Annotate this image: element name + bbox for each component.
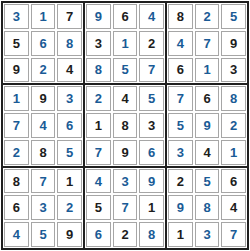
cell-r9c2[interactable]: 5 (31, 222, 56, 247)
cell-r2c7[interactable]: 4 (168, 31, 193, 56)
cell-r3c2[interactable]: 2 (31, 58, 56, 83)
cell-r5c9[interactable]: 2 (221, 113, 246, 138)
cell-r1c4[interactable]: 9 (86, 4, 111, 29)
cell-r9c8[interactable]: 3 (195, 222, 220, 247)
cell-r4c2[interactable]: 9 (31, 86, 56, 111)
cell-r6c8[interactable]: 4 (195, 140, 220, 165)
cell-r3c6[interactable]: 7 (139, 58, 164, 83)
cell-r5c8[interactable]: 9 (195, 113, 220, 138)
cell-r4c7[interactable]: 7 (168, 86, 193, 111)
cell-r7c2[interactable]: 7 (31, 169, 56, 194)
cell-r1c3[interactable]: 7 (57, 4, 82, 29)
cell-r3c3[interactable]: 4 (57, 58, 82, 83)
cell-r7c8[interactable]: 5 (195, 169, 220, 194)
cell-r8c9[interactable]: 4 (221, 195, 246, 220)
cell-r6c4[interactable]: 7 (86, 140, 111, 165)
cell-r9c7[interactable]: 1 (168, 222, 193, 247)
cell-r7c9[interactable]: 6 (221, 169, 246, 194)
cell-r5c4[interactable]: 1 (86, 113, 111, 138)
cell-r4c3[interactable]: 3 (57, 86, 82, 111)
cell-r8c2[interactable]: 3 (31, 195, 56, 220)
cell-r2c5[interactable]: 1 (113, 31, 138, 56)
cell-r9c5[interactable]: 2 (113, 222, 138, 247)
cell-r8c5[interactable]: 7 (113, 195, 138, 220)
cell-r3c8[interactable]: 1 (195, 58, 220, 83)
cell-r7c7[interactable]: 2 (168, 169, 193, 194)
cell-r5c7[interactable]: 5 (168, 113, 193, 138)
cell-r3c4[interactable]: 8 (86, 58, 111, 83)
cell-r8c4[interactable]: 5 (86, 195, 111, 220)
cell-r4c4[interactable]: 2 (86, 86, 111, 111)
cell-r4c8[interactable]: 6 (195, 86, 220, 111)
cell-r8c1[interactable]: 6 (4, 195, 29, 220)
cell-r2c1[interactable]: 5 (4, 31, 29, 56)
cell-r6c1[interactable]: 2 (4, 140, 29, 165)
cell-r3c7[interactable]: 6 (168, 58, 193, 83)
cell-r4c5[interactable]: 4 (113, 86, 138, 111)
cell-r4c9[interactable]: 8 (221, 86, 246, 111)
cell-r1c1[interactable]: 3 (4, 4, 29, 29)
cell-r9c4[interactable]: 6 (86, 222, 111, 247)
cell-r2c2[interactable]: 6 (31, 31, 56, 56)
cell-r3c1[interactable]: 9 (4, 58, 29, 83)
cell-r7c6[interactable]: 9 (139, 169, 164, 194)
cell-r1c5[interactable]: 6 (113, 4, 138, 29)
cell-r6c5[interactable]: 9 (113, 140, 138, 165)
cell-r7c3[interactable]: 1 (57, 169, 82, 194)
cell-r2c4[interactable]: 3 (86, 31, 111, 56)
cell-r6c2[interactable]: 8 (31, 140, 56, 165)
cell-r1c7[interactable]: 8 (168, 4, 193, 29)
cell-r1c8[interactable]: 2 (195, 4, 220, 29)
cell-r2c6[interactable]: 2 (139, 31, 164, 56)
cell-r5c5[interactable]: 8 (113, 113, 138, 138)
cell-r2c3[interactable]: 8 (57, 31, 82, 56)
cell-r8c6[interactable]: 1 (139, 195, 164, 220)
box-2: 964312857 (85, 3, 165, 83)
cell-r6c7[interactable]: 3 (168, 140, 193, 165)
cell-r6c3[interactable]: 5 (57, 140, 82, 165)
box-4: 193746285 (3, 85, 83, 165)
cell-r2c8[interactable]: 7 (195, 31, 220, 56)
cell-r6c6[interactable]: 6 (139, 140, 164, 165)
cell-r1c6[interactable]: 4 (139, 4, 164, 29)
cell-r1c2[interactable]: 1 (31, 4, 56, 29)
cell-r4c6[interactable]: 5 (139, 86, 164, 111)
cell-r7c5[interactable]: 3 (113, 169, 138, 194)
cell-r8c8[interactable]: 8 (195, 195, 220, 220)
box-9: 256984137 (167, 168, 247, 248)
cell-r5c3[interactable]: 6 (57, 113, 82, 138)
cell-r5c1[interactable]: 7 (4, 113, 29, 138)
cell-r3c5[interactable]: 5 (113, 58, 138, 83)
cell-r5c6[interactable]: 3 (139, 113, 164, 138)
box-8: 439571628 (85, 168, 165, 248)
cell-r3c9[interactable]: 3 (221, 58, 246, 83)
box-5: 245183796 (85, 85, 165, 165)
cell-r4c1[interactable]: 1 (4, 86, 29, 111)
cell-r9c1[interactable]: 4 (4, 222, 29, 247)
cell-r9c6[interactable]: 8 (139, 222, 164, 247)
cell-r7c4[interactable]: 4 (86, 169, 111, 194)
box-1: 317568924 (3, 3, 83, 83)
box-3: 825479613 (167, 3, 247, 83)
cell-r5c2[interactable]: 4 (31, 113, 56, 138)
cell-r1c9[interactable]: 5 (221, 4, 246, 29)
cell-r6c9[interactable]: 1 (221, 140, 246, 165)
box-7: 871632459 (3, 168, 83, 248)
cell-r9c3[interactable]: 9 (57, 222, 82, 247)
cell-r8c7[interactable]: 9 (168, 195, 193, 220)
sudoku-grid: 3175689249643128578254796131937462852451… (1, 1, 249, 250)
cell-r2c9[interactable]: 9 (221, 31, 246, 56)
box-6: 768592341 (167, 85, 247, 165)
cell-r9c9[interactable]: 7 (221, 222, 246, 247)
cell-r8c3[interactable]: 2 (57, 195, 82, 220)
cell-r7c1[interactable]: 8 (4, 169, 29, 194)
sudoku-board: 3175689249643128578254796131937462852451… (0, 0, 250, 251)
